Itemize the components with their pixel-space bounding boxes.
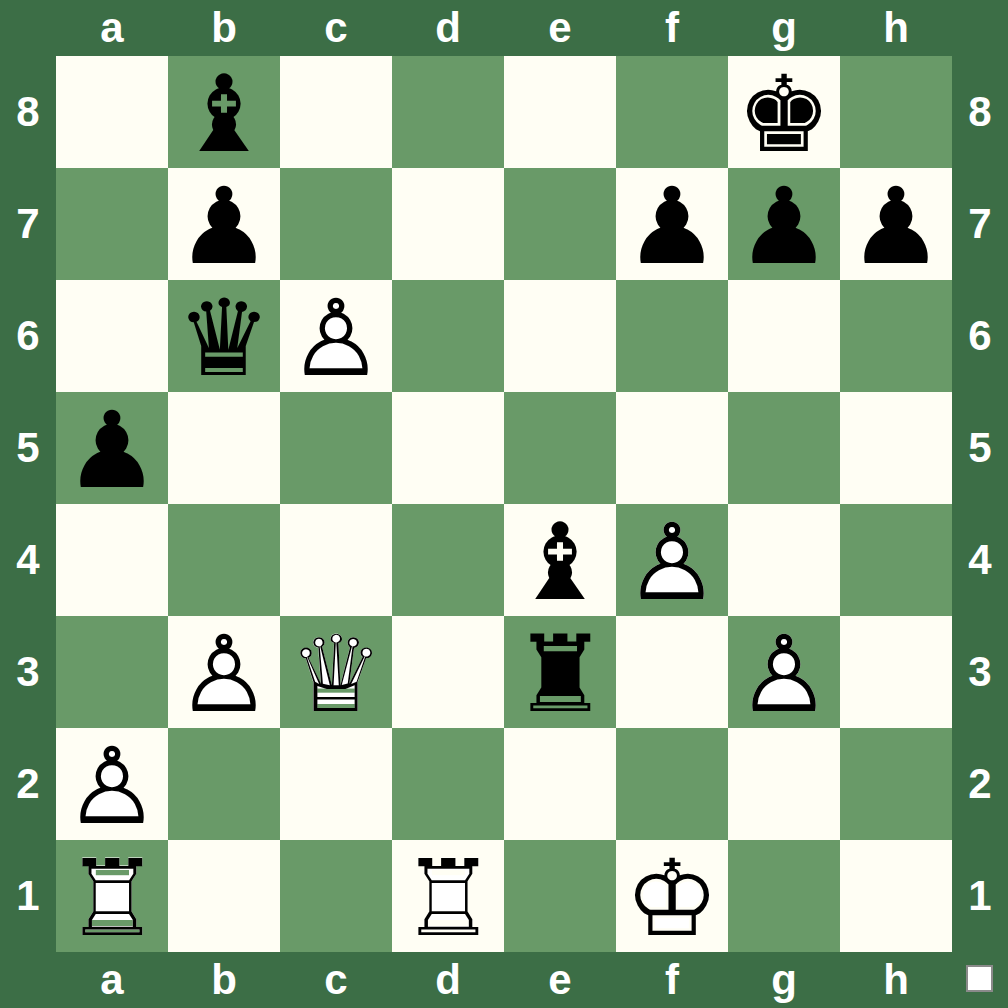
square-e6[interactable]: [504, 280, 616, 392]
square-e8[interactable]: [504, 56, 616, 168]
square-a2[interactable]: ♟♙: [56, 728, 168, 840]
square-d6[interactable]: [392, 280, 504, 392]
black-king-glyph: ♚: [728, 56, 840, 168]
black-pawn-glyph: ♟: [840, 168, 952, 280]
square-h3[interactable]: [840, 616, 952, 728]
white-queen-outline: ♕: [280, 616, 392, 728]
white-king[interactable]: ♚♔: [616, 840, 728, 952]
white-rook-outline: ♖: [56, 840, 168, 952]
black-pawn-glyph: ♟: [168, 168, 280, 280]
black-queen[interactable]: ♛: [168, 280, 280, 392]
file-labels-bottom: abcdefgh: [56, 952, 952, 1008]
square-d1[interactable]: ♜♖: [392, 840, 504, 952]
rank-label-3: 3: [952, 616, 1008, 728]
black-pawn[interactable]: ♟: [56, 392, 168, 504]
square-g4[interactable]: [728, 504, 840, 616]
square-f8[interactable]: [616, 56, 728, 168]
file-label-c: c: [280, 952, 392, 1008]
white-pawn[interactable]: ♟♙: [168, 616, 280, 728]
black-pawn[interactable]: ♟: [728, 168, 840, 280]
square-h8[interactable]: [840, 56, 952, 168]
rank-label-6: 6: [952, 280, 1008, 392]
rank-label-2: 2: [0, 728, 56, 840]
white-pawn-outline: ♙: [616, 504, 728, 616]
square-a4[interactable]: [56, 504, 168, 616]
rank-label-2: 2: [952, 728, 1008, 840]
white-king-outline: ♔: [616, 840, 728, 952]
file-label-c: c: [280, 0, 392, 56]
file-label-e: e: [504, 0, 616, 56]
square-g7[interactable]: ♟: [728, 168, 840, 280]
square-h5[interactable]: [840, 392, 952, 504]
black-pawn[interactable]: ♟: [168, 168, 280, 280]
square-b6[interactable]: ♛: [168, 280, 280, 392]
file-label-d: d: [392, 0, 504, 56]
file-label-f: f: [616, 0, 728, 56]
square-b1[interactable]: [168, 840, 280, 952]
file-label-f: f: [616, 952, 728, 1008]
black-bishop-glyph: ♝: [504, 504, 616, 616]
square-b3[interactable]: ♟♙: [168, 616, 280, 728]
square-d8[interactable]: [392, 56, 504, 168]
square-c6[interactable]: ♟♙: [280, 280, 392, 392]
square-b8[interactable]: ♝: [168, 56, 280, 168]
rank-label-5: 5: [0, 392, 56, 504]
file-label-b: b: [168, 0, 280, 56]
square-g5[interactable]: [728, 392, 840, 504]
square-c3[interactable]: ♛♕: [280, 616, 392, 728]
rank-label-8: 8: [0, 56, 56, 168]
black-king[interactable]: ♚: [728, 56, 840, 168]
square-b7[interactable]: ♟: [168, 168, 280, 280]
square-b4[interactable]: [168, 504, 280, 616]
square-f2[interactable]: [616, 728, 728, 840]
square-g8[interactable]: ♚: [728, 56, 840, 168]
square-c5[interactable]: [280, 392, 392, 504]
rank-label-7: 7: [0, 168, 56, 280]
chess-board-frame: abcdefgh abcdefgh 87654321 87654321 ♝♚♟♟…: [0, 0, 1008, 1008]
square-h2[interactable]: [840, 728, 952, 840]
black-pawn[interactable]: ♟: [840, 168, 952, 280]
black-rook-glyph: ♜: [504, 616, 616, 728]
square-c4[interactable]: [280, 504, 392, 616]
white-queen[interactable]: ♛♕: [280, 616, 392, 728]
square-d5[interactable]: [392, 392, 504, 504]
side-to-move-indicator: [966, 965, 993, 992]
white-pawn[interactable]: ♟♙: [56, 728, 168, 840]
file-label-h: h: [840, 952, 952, 1008]
white-pawn[interactable]: ♟♙: [728, 616, 840, 728]
square-e4[interactable]: ♝: [504, 504, 616, 616]
square-h4[interactable]: [840, 504, 952, 616]
square-g1[interactable]: [728, 840, 840, 952]
file-labels-top: abcdefgh: [56, 0, 952, 56]
rank-label-7: 7: [952, 168, 1008, 280]
square-a3[interactable]: [56, 616, 168, 728]
square-a8[interactable]: [56, 56, 168, 168]
black-queen-glyph: ♛: [168, 280, 280, 392]
file-label-e: e: [504, 952, 616, 1008]
square-f7[interactable]: ♟: [616, 168, 728, 280]
file-label-g: g: [728, 952, 840, 1008]
square-d3[interactable]: [392, 616, 504, 728]
square-c7[interactable]: [280, 168, 392, 280]
rank-label-8: 8: [952, 56, 1008, 168]
rank-label-4: 4: [952, 504, 1008, 616]
square-d4[interactable]: [392, 504, 504, 616]
white-rook[interactable]: ♜♖: [392, 840, 504, 952]
rank-labels-right: 87654321: [952, 56, 1008, 952]
square-g6[interactable]: [728, 280, 840, 392]
square-e3[interactable]: ♜: [504, 616, 616, 728]
file-label-a: a: [56, 0, 168, 56]
square-a6[interactable]: [56, 280, 168, 392]
square-e2[interactable]: [504, 728, 616, 840]
chess-board[interactable]: ♝♚♟♟♟♟♛♟♙♟♝♟♙♟♙♛♕♜♟♙♟♙♜♖♜♖♚♔: [56, 56, 952, 952]
square-a7[interactable]: [56, 168, 168, 280]
black-pawn-glyph: ♟: [616, 168, 728, 280]
square-h6[interactable]: [840, 280, 952, 392]
black-bishop[interactable]: ♝: [504, 504, 616, 616]
square-e7[interactable]: [504, 168, 616, 280]
white-pawn[interactable]: ♟♙: [616, 504, 728, 616]
white-rook[interactable]: ♜♖: [56, 840, 168, 952]
rank-labels-left: 87654321: [0, 56, 56, 952]
square-f5[interactable]: [616, 392, 728, 504]
black-pawn-glyph: ♟: [728, 168, 840, 280]
rank-label-1: 1: [0, 840, 56, 952]
white-pawn-outline: ♙: [728, 616, 840, 728]
square-c8[interactable]: [280, 56, 392, 168]
black-rook[interactable]: ♜: [504, 616, 616, 728]
square-a1[interactable]: ♜♖: [56, 840, 168, 952]
white-pawn-outline: ♙: [280, 280, 392, 392]
black-bishop-glyph: ♝: [168, 56, 280, 168]
file-label-d: d: [392, 952, 504, 1008]
square-c1[interactable]: [280, 840, 392, 952]
rank-label-5: 5: [952, 392, 1008, 504]
white-rook-outline: ♖: [392, 840, 504, 952]
square-b2[interactable]: [168, 728, 280, 840]
square-f1[interactable]: ♚♔: [616, 840, 728, 952]
white-pawn-outline: ♙: [56, 728, 168, 840]
square-h1[interactable]: [840, 840, 952, 952]
square-d7[interactable]: [392, 168, 504, 280]
rank-label-1: 1: [952, 840, 1008, 952]
square-e1[interactable]: [504, 840, 616, 952]
square-d2[interactable]: [392, 728, 504, 840]
black-pawn[interactable]: ♟: [616, 168, 728, 280]
rank-label-4: 4: [0, 504, 56, 616]
file-label-h: h: [840, 0, 952, 56]
square-a5[interactable]: ♟: [56, 392, 168, 504]
square-e5[interactable]: [504, 392, 616, 504]
white-pawn[interactable]: ♟♙: [280, 280, 392, 392]
square-c2[interactable]: [280, 728, 392, 840]
black-pawn-glyph: ♟: [56, 392, 168, 504]
square-f4[interactable]: ♟♙: [616, 504, 728, 616]
square-h7[interactable]: ♟: [840, 168, 952, 280]
square-b5[interactable]: [168, 392, 280, 504]
file-label-a: a: [56, 952, 168, 1008]
square-f6[interactable]: [616, 280, 728, 392]
square-g3[interactable]: ♟♙: [728, 616, 840, 728]
rank-label-3: 3: [0, 616, 56, 728]
black-bishop[interactable]: ♝: [168, 56, 280, 168]
square-f3[interactable]: [616, 616, 728, 728]
white-pawn-outline: ♙: [168, 616, 280, 728]
square-g2[interactable]: [728, 728, 840, 840]
file-label-g: g: [728, 0, 840, 56]
file-label-b: b: [168, 952, 280, 1008]
rank-label-6: 6: [0, 280, 56, 392]
